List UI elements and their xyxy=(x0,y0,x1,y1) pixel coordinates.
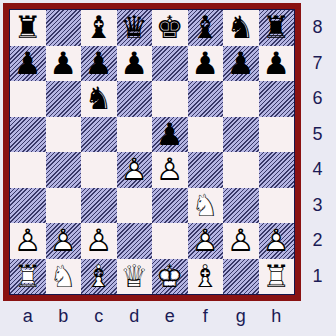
square-f6[interactable] xyxy=(188,81,224,117)
piece-white-pawn-f2[interactable]: ♙ xyxy=(188,223,224,259)
square-b2[interactable]: ♙ xyxy=(46,223,82,259)
square-e3[interactable] xyxy=(152,188,188,224)
piece-black-pawn-f7[interactable]: ♟ xyxy=(188,46,224,82)
square-a4[interactable] xyxy=(10,152,46,188)
square-f5[interactable] xyxy=(188,117,224,153)
file-label-d: d xyxy=(117,301,153,331)
square-c7[interactable]: ♟ xyxy=(81,46,117,82)
chess-board: ♜♝♛♚♝♞♜♟♟♟♟♟♟♟♞♟♙♙♘♙♙♙♙♙♙♖♘♗♕♔♗♖ xyxy=(10,10,294,294)
piece-black-rook-h8[interactable]: ♜ xyxy=(259,10,295,46)
piece-black-pawn-e5[interactable]: ♟ xyxy=(152,117,188,153)
piece-black-knight-c6[interactable]: ♞ xyxy=(81,81,117,117)
square-d3[interactable] xyxy=(117,188,153,224)
rank-label-8: 8 xyxy=(301,10,334,46)
piece-black-pawn-b7[interactable]: ♟ xyxy=(46,46,82,82)
piece-white-queen-d1[interactable]: ♕ xyxy=(117,259,153,295)
square-g6[interactable] xyxy=(223,81,259,117)
square-c8[interactable]: ♝ xyxy=(81,10,117,46)
piece-black-pawn-c7[interactable]: ♟ xyxy=(81,46,117,82)
piece-white-knight-b1[interactable]: ♘ xyxy=(46,259,82,295)
square-a8[interactable]: ♜ xyxy=(10,10,46,46)
file-labels: abcdefgh xyxy=(10,301,294,331)
chess-diagram: ♜♝♛♚♝♞♜♟♟♟♟♟♟♟♞♟♙♙♘♙♙♙♙♙♙♖♘♗♕♔♗♖ abcdefg… xyxy=(0,0,336,336)
rank-label-5: 5 xyxy=(301,117,334,153)
square-a5[interactable] xyxy=(10,117,46,153)
square-g5[interactable] xyxy=(223,117,259,153)
square-c2[interactable]: ♙ xyxy=(81,223,117,259)
piece-black-queen-d8[interactable]: ♛ xyxy=(117,10,153,46)
square-b4[interactable] xyxy=(46,152,82,188)
square-h5[interactable] xyxy=(259,117,295,153)
square-h1[interactable]: ♖ xyxy=(259,259,295,295)
piece-black-pawn-h7[interactable]: ♟ xyxy=(259,46,295,82)
square-c5[interactable] xyxy=(81,117,117,153)
square-g8[interactable]: ♞ xyxy=(223,10,259,46)
square-f4[interactable] xyxy=(188,152,224,188)
square-h3[interactable] xyxy=(259,188,295,224)
file-label-f: f xyxy=(188,301,224,331)
square-a2[interactable]: ♙ xyxy=(10,223,46,259)
square-d6[interactable] xyxy=(117,81,153,117)
piece-black-pawn-a7[interactable]: ♟ xyxy=(10,46,46,82)
square-a6[interactable] xyxy=(10,81,46,117)
piece-white-bishop-c1[interactable]: ♗ xyxy=(81,259,117,295)
square-f3[interactable]: ♘ xyxy=(188,188,224,224)
piece-black-pawn-g7[interactable]: ♟ xyxy=(223,46,259,82)
square-b5[interactable] xyxy=(46,117,82,153)
square-a1[interactable]: ♖ xyxy=(10,259,46,295)
file-label-e: e xyxy=(152,301,188,331)
file-label-g: g xyxy=(223,301,259,331)
rank-labels: 87654321 xyxy=(301,10,334,294)
rank-label-6: 6 xyxy=(301,81,334,117)
piece-white-rook-a1[interactable]: ♖ xyxy=(10,259,46,295)
file-label-c: c xyxy=(81,301,117,331)
piece-white-pawn-a2[interactable]: ♙ xyxy=(10,223,46,259)
square-d2[interactable] xyxy=(117,223,153,259)
square-e5[interactable]: ♟ xyxy=(152,117,188,153)
square-g2[interactable]: ♙ xyxy=(223,223,259,259)
square-d8[interactable]: ♛ xyxy=(117,10,153,46)
square-c6[interactable]: ♞ xyxy=(81,81,117,117)
rank-label-7: 7 xyxy=(301,46,334,82)
square-f1[interactable]: ♗ xyxy=(188,259,224,295)
square-f8[interactable]: ♝ xyxy=(188,10,224,46)
square-b7[interactable]: ♟ xyxy=(46,46,82,82)
piece-white-bishop-f1[interactable]: ♗ xyxy=(188,259,224,295)
piece-white-knight-f3[interactable]: ♘ xyxy=(188,188,224,224)
rank-label-3: 3 xyxy=(301,188,334,224)
square-f7[interactable]: ♟ xyxy=(188,46,224,82)
square-g4[interactable] xyxy=(223,152,259,188)
piece-black-bishop-f8[interactable]: ♝ xyxy=(188,10,224,46)
square-h7[interactable]: ♟ xyxy=(259,46,295,82)
square-b6[interactable] xyxy=(46,81,82,117)
file-label-b: b xyxy=(46,301,82,331)
piece-black-pawn-d7[interactable]: ♟ xyxy=(117,46,153,82)
square-h4[interactable] xyxy=(259,152,295,188)
piece-black-knight-g8[interactable]: ♞ xyxy=(223,10,259,46)
square-d4[interactable]: ♙ xyxy=(117,152,153,188)
square-d5[interactable] xyxy=(117,117,153,153)
rank-label-4: 4 xyxy=(301,152,334,188)
square-g1[interactable] xyxy=(223,259,259,295)
square-e2[interactable] xyxy=(152,223,188,259)
square-g3[interactable] xyxy=(223,188,259,224)
square-c3[interactable] xyxy=(81,188,117,224)
rank-label-2: 2 xyxy=(301,223,334,259)
square-g7[interactable]: ♟ xyxy=(223,46,259,82)
square-f2[interactable]: ♙ xyxy=(188,223,224,259)
square-c1[interactable]: ♗ xyxy=(81,259,117,295)
rank-label-1: 1 xyxy=(301,259,334,295)
piece-black-bishop-c8[interactable]: ♝ xyxy=(81,10,117,46)
square-e1[interactable]: ♔ xyxy=(152,259,188,295)
square-e7[interactable] xyxy=(152,46,188,82)
square-b8[interactable] xyxy=(46,10,82,46)
board-frame: ♜♝♛♚♝♞♜♟♟♟♟♟♟♟♞♟♙♙♘♙♙♙♙♙♙♖♘♗♕♔♗♖ xyxy=(3,3,301,301)
piece-white-pawn-c2[interactable]: ♙ xyxy=(81,223,117,259)
square-h8[interactable]: ♜ xyxy=(259,10,295,46)
square-c4[interactable] xyxy=(81,152,117,188)
file-label-a: a xyxy=(10,301,46,331)
piece-white-pawn-g2[interactable]: ♙ xyxy=(223,223,259,259)
square-e8[interactable]: ♚ xyxy=(152,10,188,46)
square-h2[interactable]: ♙ xyxy=(259,223,295,259)
piece-white-rook-h1[interactable]: ♖ xyxy=(259,259,295,295)
square-h6[interactable] xyxy=(259,81,295,117)
piece-white-king-e1[interactable]: ♔ xyxy=(152,259,188,295)
square-b3[interactable] xyxy=(46,188,82,224)
piece-white-pawn-e4[interactable]: ♙ xyxy=(152,152,188,188)
file-label-h: h xyxy=(259,301,295,331)
piece-white-pawn-h2[interactable]: ♙ xyxy=(259,223,295,259)
square-e6[interactable] xyxy=(152,81,188,117)
square-d1[interactable]: ♕ xyxy=(117,259,153,295)
square-a3[interactable] xyxy=(10,188,46,224)
square-b1[interactable]: ♘ xyxy=(46,259,82,295)
piece-white-pawn-d4[interactable]: ♙ xyxy=(117,152,153,188)
piece-black-king-e8[interactable]: ♚ xyxy=(152,10,188,46)
square-d7[interactable]: ♟ xyxy=(117,46,153,82)
square-e4[interactable]: ♙ xyxy=(152,152,188,188)
square-a7[interactable]: ♟ xyxy=(10,46,46,82)
piece-black-rook-a8[interactable]: ♜ xyxy=(10,10,46,46)
piece-white-pawn-b2[interactable]: ♙ xyxy=(46,223,82,259)
